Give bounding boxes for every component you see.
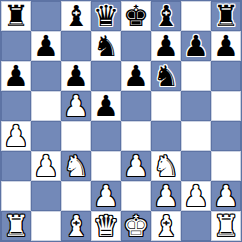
square-b5[interactable] bbox=[31, 91, 61, 121]
square-d4[interactable] bbox=[91, 121, 121, 151]
square-e5[interactable] bbox=[121, 91, 151, 121]
square-c3[interactable]: ♞ bbox=[61, 151, 91, 181]
square-h7[interactable]: ♟ bbox=[211, 31, 241, 61]
square-e4[interactable] bbox=[121, 121, 151, 151]
piece-black-king: ♚ bbox=[123, 2, 149, 31]
piece-black-pawn: ♟ bbox=[183, 32, 209, 61]
piece-white-pawn: ♟ bbox=[3, 122, 29, 151]
square-g3[interactable] bbox=[181, 151, 211, 181]
square-h2[interactable]: ♟ bbox=[211, 181, 241, 211]
square-g7[interactable]: ♟ bbox=[181, 31, 211, 61]
square-b1[interactable] bbox=[31, 211, 61, 241]
square-h4[interactable] bbox=[211, 121, 241, 151]
piece-white-pawn: ♟ bbox=[213, 182, 239, 211]
square-a3[interactable] bbox=[1, 151, 31, 181]
piece-black-rook: ♜ bbox=[213, 2, 239, 31]
piece-white-pawn: ♟ bbox=[153, 182, 179, 211]
piece-black-knight: ♞ bbox=[153, 62, 179, 91]
piece-white-pawn: ♟ bbox=[33, 152, 59, 181]
square-d1[interactable]: ♛ bbox=[91, 211, 121, 241]
piece-white-pawn: ♟ bbox=[93, 182, 119, 211]
square-c8[interactable]: ♝ bbox=[61, 1, 91, 31]
square-a5[interactable] bbox=[1, 91, 31, 121]
square-c6[interactable]: ♟ bbox=[61, 61, 91, 91]
square-a4[interactable]: ♟ bbox=[1, 121, 31, 151]
piece-black-queen: ♛ bbox=[93, 2, 119, 31]
square-a1[interactable]: ♜ bbox=[1, 211, 31, 241]
square-a8[interactable]: ♜ bbox=[1, 1, 31, 31]
piece-white-pawn: ♟ bbox=[63, 92, 89, 121]
square-a6[interactable]: ♟ bbox=[1, 61, 31, 91]
piece-white-rook: ♜ bbox=[3, 212, 29, 241]
piece-black-pawn: ♟ bbox=[123, 62, 149, 91]
square-h8[interactable]: ♜ bbox=[211, 1, 241, 31]
square-e8[interactable]: ♚ bbox=[121, 1, 151, 31]
square-e2[interactable] bbox=[121, 181, 151, 211]
square-f4[interactable] bbox=[151, 121, 181, 151]
piece-white-queen: ♛ bbox=[93, 212, 119, 241]
square-e3[interactable]: ♟ bbox=[121, 151, 151, 181]
square-e7[interactable] bbox=[121, 31, 151, 61]
square-g1[interactable] bbox=[181, 211, 211, 241]
piece-black-pawn: ♟ bbox=[93, 92, 119, 121]
piece-black-pawn: ♟ bbox=[213, 32, 239, 61]
piece-black-pawn: ♟ bbox=[153, 32, 179, 61]
square-d3[interactable] bbox=[91, 151, 121, 181]
square-c1[interactable]: ♝ bbox=[61, 211, 91, 241]
square-g5[interactable] bbox=[181, 91, 211, 121]
square-f6[interactable]: ♞ bbox=[151, 61, 181, 91]
square-g2[interactable]: ♟ bbox=[181, 181, 211, 211]
square-c7[interactable] bbox=[61, 31, 91, 61]
square-c4[interactable] bbox=[61, 121, 91, 151]
square-b6[interactable] bbox=[31, 61, 61, 91]
square-d5[interactable]: ♟ bbox=[91, 91, 121, 121]
square-a7[interactable] bbox=[1, 31, 31, 61]
square-d7[interactable]: ♞ bbox=[91, 31, 121, 61]
square-c2[interactable] bbox=[61, 181, 91, 211]
square-b2[interactable] bbox=[31, 181, 61, 211]
piece-black-knight: ♞ bbox=[93, 32, 119, 61]
square-e1[interactable]: ♚ bbox=[121, 211, 151, 241]
piece-black-bishop: ♝ bbox=[63, 2, 89, 31]
piece-white-pawn: ♟ bbox=[183, 182, 209, 211]
square-f5[interactable] bbox=[151, 91, 181, 121]
square-g4[interactable] bbox=[181, 121, 211, 151]
piece-white-bishop: ♝ bbox=[63, 212, 89, 241]
chess-board: ♜♝♛♚♝♜♟♞♟♟♟♟♟♟♞♟♟♟♟♞♟♞♟♟♟♟♜♝♛♚♝♜ bbox=[0, 0, 242, 242]
square-f7[interactable]: ♟ bbox=[151, 31, 181, 61]
piece-white-knight: ♞ bbox=[153, 152, 179, 181]
square-b3[interactable]: ♟ bbox=[31, 151, 61, 181]
square-f2[interactable]: ♟ bbox=[151, 181, 181, 211]
piece-white-knight: ♞ bbox=[63, 152, 89, 181]
square-d2[interactable]: ♟ bbox=[91, 181, 121, 211]
piece-black-pawn: ♟ bbox=[3, 62, 29, 91]
piece-white-king: ♚ bbox=[123, 212, 149, 241]
piece-white-rook: ♜ bbox=[213, 212, 239, 241]
square-h3[interactable] bbox=[211, 151, 241, 181]
piece-black-pawn: ♟ bbox=[33, 32, 59, 61]
piece-black-bishop: ♝ bbox=[153, 2, 179, 31]
square-d6[interactable] bbox=[91, 61, 121, 91]
piece-black-rook: ♜ bbox=[3, 2, 29, 31]
square-b8[interactable] bbox=[31, 1, 61, 31]
square-c5[interactable]: ♟ bbox=[61, 91, 91, 121]
piece-white-pawn: ♟ bbox=[123, 152, 149, 181]
square-g6[interactable] bbox=[181, 61, 211, 91]
square-d8[interactable]: ♛ bbox=[91, 1, 121, 31]
piece-white-bishop: ♝ bbox=[153, 212, 179, 241]
square-h1[interactable]: ♜ bbox=[211, 211, 241, 241]
square-f3[interactable]: ♞ bbox=[151, 151, 181, 181]
square-f8[interactable]: ♝ bbox=[151, 1, 181, 31]
square-e6[interactable]: ♟ bbox=[121, 61, 151, 91]
square-f1[interactable]: ♝ bbox=[151, 211, 181, 241]
piece-black-pawn: ♟ bbox=[63, 62, 89, 91]
square-h6[interactable] bbox=[211, 61, 241, 91]
square-h5[interactable] bbox=[211, 91, 241, 121]
square-b7[interactable]: ♟ bbox=[31, 31, 61, 61]
square-a2[interactable] bbox=[1, 181, 31, 211]
square-b4[interactable] bbox=[31, 121, 61, 151]
square-g8[interactable] bbox=[181, 1, 211, 31]
